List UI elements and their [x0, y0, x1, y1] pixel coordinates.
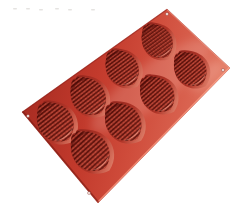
hanging-hole [166, 13, 169, 16]
hanging-hole [222, 69, 225, 72]
madeleine-mold-photo [0, 0, 240, 213]
hanging-hole [88, 192, 91, 195]
hanging-hole [27, 115, 30, 118]
product-photo-stage [0, 0, 240, 213]
dust-speck [55, 8, 59, 9]
dust-speck [68, 9, 72, 10]
dust-speck [91, 9, 95, 10]
dust-speck [26, 8, 30, 9]
dust-speck [13, 8, 17, 9]
dust-speck [39, 9, 43, 10]
